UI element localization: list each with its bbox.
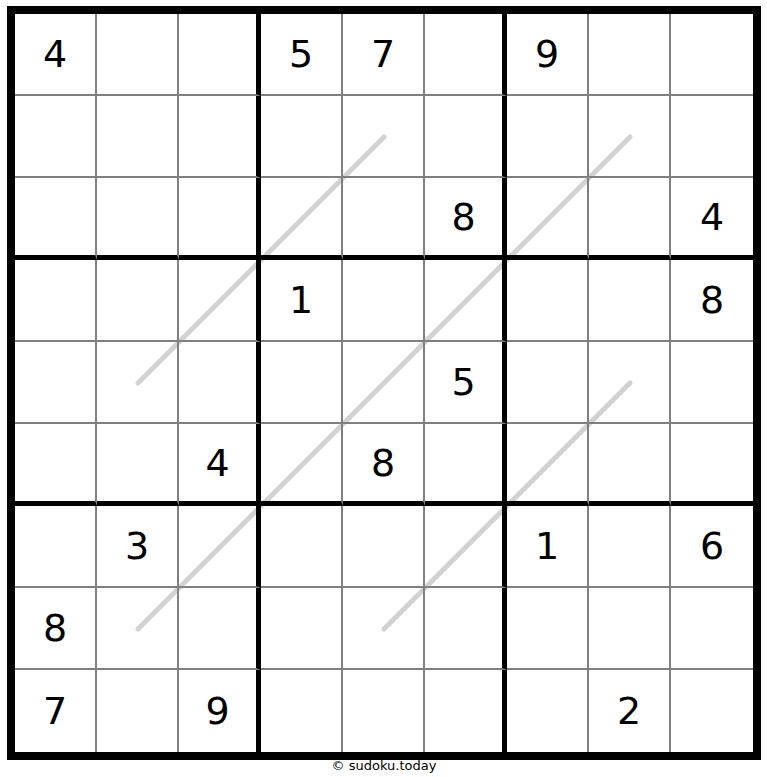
cell-r9c7[interactable] [507,670,589,752]
cell-r9c5[interactable] [343,670,425,752]
cell-r4c7[interactable] [507,260,589,342]
cell-r2c4[interactable] [261,96,343,178]
given-digit-r1c1[interactable]: 4 [15,14,97,96]
cell-r8c6[interactable] [425,588,507,670]
cell-r2c2[interactable] [97,96,179,178]
given-digit-r7c2[interactable]: 3 [97,506,179,588]
cell-r1c6[interactable] [425,14,507,96]
given-digit-r6c5[interactable]: 8 [343,424,425,506]
given-digit-r8c1[interactable]: 8 [15,588,97,670]
cell-r3c4[interactable] [261,178,343,260]
given-digit-r7c7[interactable]: 1 [507,506,589,588]
cell-r8c8[interactable] [589,588,671,670]
cell-r8c2[interactable] [97,588,179,670]
cell-r8c5[interactable] [343,588,425,670]
cell-r6c2[interactable] [97,424,179,506]
cell-r2c8[interactable] [589,96,671,178]
cell-r4c8[interactable] [589,260,671,342]
given-digit-r9c3[interactable]: 9 [179,670,261,752]
cell-r9c2[interactable] [97,670,179,752]
given-digit-r4c9[interactable]: 8 [671,260,753,342]
cell-r3c5[interactable] [343,178,425,260]
cell-r5c5[interactable] [343,342,425,424]
cell-r5c3[interactable] [179,342,261,424]
cell-r7c4[interactable] [261,506,343,588]
cell-r9c9[interactable] [671,670,753,752]
given-digit-r5c6[interactable]: 5 [425,342,507,424]
given-digit-r1c4[interactable]: 5 [261,14,343,96]
cell-r2c7[interactable] [507,96,589,178]
cell-r8c9[interactable] [671,588,753,670]
cell-r3c3[interactable] [179,178,261,260]
cell-r8c4[interactable] [261,588,343,670]
cell-r2c9[interactable] [671,96,753,178]
given-digit-r9c8[interactable]: 2 [589,670,671,752]
cell-r6c9[interactable] [671,424,753,506]
cell-r3c1[interactable] [15,178,97,260]
cell-r1c2[interactable] [97,14,179,96]
cell-r3c2[interactable] [97,178,179,260]
cell-r5c9[interactable] [671,342,753,424]
cell-r8c3[interactable] [179,588,261,670]
cell-r1c9[interactable] [671,14,753,96]
cell-r6c1[interactable] [15,424,97,506]
cell-r6c4[interactable] [261,424,343,506]
cell-r3c7[interactable] [507,178,589,260]
given-digit-r9c1[interactable]: 7 [15,670,97,752]
given-digit-r3c9[interactable]: 4 [671,178,753,260]
copyright-text: © sudoku.today [7,758,761,773]
cell-r2c3[interactable] [179,96,261,178]
cell-r2c5[interactable] [343,96,425,178]
cell-r7c1[interactable] [15,506,97,588]
cell-r5c4[interactable] [261,342,343,424]
cell-r5c7[interactable] [507,342,589,424]
given-digit-r1c5[interactable]: 7 [343,14,425,96]
cell-r6c6[interactable] [425,424,507,506]
cell-r4c1[interactable] [15,260,97,342]
cell-r4c5[interactable] [343,260,425,342]
given-digit-r7c9[interactable]: 6 [671,506,753,588]
cell-r4c2[interactable] [97,260,179,342]
sudoku-board: 457984185483168792 [7,6,761,760]
cell-r6c8[interactable] [589,424,671,506]
given-digit-r6c3[interactable]: 4 [179,424,261,506]
cell-r8c7[interactable] [507,588,589,670]
cell-r3c8[interactable] [589,178,671,260]
cell-r7c5[interactable] [343,506,425,588]
cell-r4c3[interactable] [179,260,261,342]
cell-r9c6[interactable] [425,670,507,752]
cell-r7c3[interactable] [179,506,261,588]
given-digit-r1c7[interactable]: 9 [507,14,589,96]
cell-r2c1[interactable] [15,96,97,178]
given-digit-r4c4[interactable]: 1 [261,260,343,342]
cell-r9c4[interactable] [261,670,343,752]
given-digit-r3c6[interactable]: 8 [425,178,507,260]
cell-r1c3[interactable] [179,14,261,96]
cell-r5c8[interactable] [589,342,671,424]
cell-r7c8[interactable] [589,506,671,588]
cell-r1c8[interactable] [589,14,671,96]
sudoku-grid: 457984185483168792 [15,14,753,752]
cell-r5c2[interactable] [97,342,179,424]
cell-r2c6[interactable] [425,96,507,178]
cell-r4c6[interactable] [425,260,507,342]
cell-r6c7[interactable] [507,424,589,506]
cell-r5c1[interactable] [15,342,97,424]
cell-r7c6[interactable] [425,506,507,588]
